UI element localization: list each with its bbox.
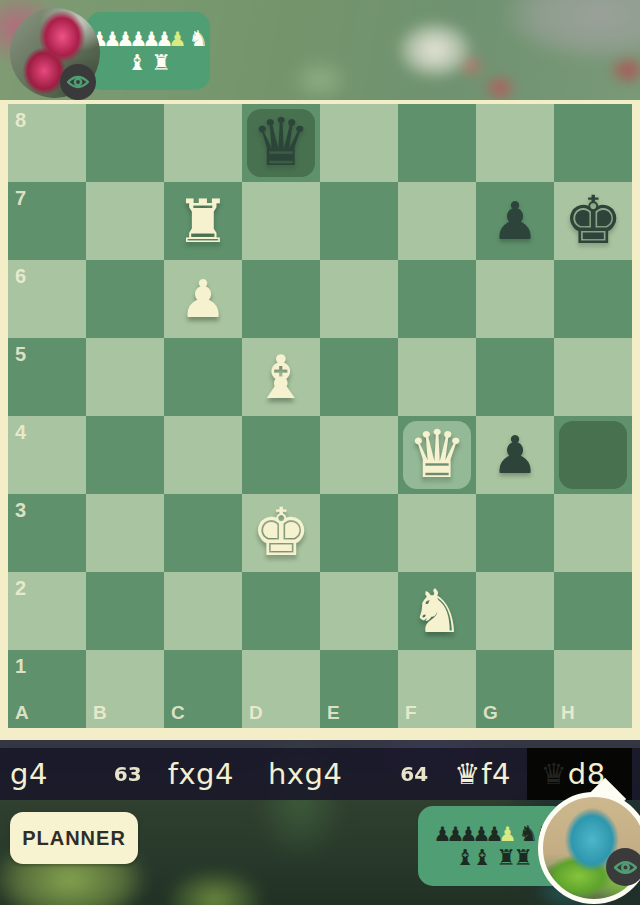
square-c4[interactable] (164, 416, 242, 494)
square-b7[interactable] (86, 182, 164, 260)
rank-label-3: 3 (15, 499, 26, 522)
square-b4[interactable] (86, 416, 164, 494)
chess-board: 8♛7♜♟♚6♟5♝4♛♟3♚2♞1ABCDEFGH (8, 104, 632, 728)
piece-black-queen-d8[interactable]: ♛ (242, 104, 320, 182)
file-label-G: G (483, 702, 498, 724)
square-c5[interactable] (164, 338, 242, 416)
planner-button[interactable]: PLANNER (10, 812, 138, 864)
piece-black-pawn-g7[interactable]: ♟ (476, 182, 554, 260)
square-d5[interactable]: ♝ (242, 338, 320, 416)
square-f7[interactable] (398, 182, 476, 260)
square-g6[interactable] (476, 260, 554, 338)
file-label-D: D (249, 702, 263, 724)
eye-icon[interactable] (60, 64, 96, 100)
square-h2[interactable] (554, 572, 632, 650)
piece-white-rook-c7[interactable]: ♜ (164, 182, 242, 260)
square-c6[interactable]: ♟ (164, 260, 242, 338)
square-d2[interactable] (242, 572, 320, 650)
last-move-highlight-h4 (559, 421, 627, 489)
move-entry-g4[interactable]: g4 (10, 748, 48, 800)
square-h5[interactable] (554, 338, 632, 416)
move-entry-f4[interactable]: ♛f4 (454, 748, 511, 800)
captured-pawn: ♟ (156, 28, 169, 50)
captured-row-2: ♝♝♜♜ (456, 847, 531, 869)
square-e1[interactable]: E (320, 650, 398, 728)
square-c1[interactable]: C (164, 650, 242, 728)
captured-row-1: ♟♟♟♟♟♟♟♞ (91, 28, 206, 50)
captured-pawn: ♟ (486, 823, 499, 845)
rank-label-6: 6 (15, 265, 26, 288)
rank-label-1: 1 (15, 655, 26, 678)
rank-label-8: 8 (15, 109, 26, 132)
white-queen-icon: ♛ (454, 757, 480, 791)
square-h1[interactable]: H (554, 650, 632, 728)
square-b1[interactable]: B (86, 650, 164, 728)
square-f6[interactable] (398, 260, 476, 338)
square-c8[interactable] (164, 104, 242, 182)
square-e4[interactable] (320, 416, 398, 494)
square-a1[interactable]: 1A (8, 650, 86, 728)
square-a2[interactable]: 2 (8, 572, 86, 650)
square-f3[interactable] (398, 494, 476, 572)
board-frame: 8♛7♜♟♚6♟5♝4♛♟3♚2♞1ABCDEFGH (0, 100, 640, 740)
square-h6[interactable] (554, 260, 632, 338)
captured-pawn: ♟ (460, 823, 473, 845)
captured-pieces-tray-top: ♟♟♟♟♟♟♟♞♝♜ (86, 12, 210, 90)
captured-pawn: ♟ (130, 28, 143, 50)
square-a7[interactable]: 7 (8, 182, 86, 260)
square-e5[interactable] (320, 338, 398, 416)
move-text: f4 (481, 757, 511, 791)
move-number: 64 (400, 762, 428, 786)
move-entry-fxg4[interactable]: fxg4 (168, 748, 234, 800)
square-a4[interactable]: 4 (8, 416, 86, 494)
move-text: hxg4 (268, 757, 342, 791)
rank-label-5: 5 (15, 343, 26, 366)
captured-pawn: ♟ (447, 823, 460, 845)
square-d7[interactable] (242, 182, 320, 260)
captured-bishop: ♝ (128, 52, 145, 74)
captured-row-2: ♝♜ (128, 52, 169, 74)
piece-white-knight-f2[interactable]: ♞ (398, 572, 476, 650)
square-e2[interactable] (320, 572, 398, 650)
square-a3[interactable]: 3 (8, 494, 86, 572)
square-b5[interactable] (86, 338, 164, 416)
square-h8[interactable] (554, 104, 632, 182)
piece-black-pawn-g4[interactable]: ♟ (476, 416, 554, 494)
square-e3[interactable] (320, 494, 398, 572)
move-text: fxg4 (168, 757, 234, 791)
captured-pawn: ♟ (434, 823, 447, 845)
piece-white-king-d3[interactable]: ♚ (242, 494, 320, 572)
square-g4[interactable]: ♟ (476, 416, 554, 494)
piece-black-king-h7[interactable]: ♚ (554, 182, 632, 260)
square-g3[interactable] (476, 494, 554, 572)
square-b6[interactable] (86, 260, 164, 338)
file-label-C: C (171, 702, 185, 724)
captured-pawn: ♟ (143, 28, 156, 50)
square-d8[interactable]: ♛ (242, 104, 320, 182)
move-number: 63 (114, 762, 142, 786)
captured-row-1: ♟♟♟♟♟♟♞♞ (434, 823, 553, 845)
captured-rook: ♜ (514, 847, 531, 869)
square-f8[interactable] (398, 104, 476, 182)
black-queen-icon: ♛ (541, 757, 567, 791)
rank-label-7: 7 (15, 187, 26, 210)
square-d1[interactable]: D (242, 650, 320, 728)
captured-pawn: ♟ (117, 28, 130, 50)
piece-white-queen-f4[interactable]: ♛ (398, 416, 476, 494)
square-a6[interactable]: 6 (8, 260, 86, 338)
captured-rook: ♜ (152, 52, 169, 74)
captured-rook: ♜ (497, 847, 514, 869)
square-f5[interactable] (398, 338, 476, 416)
square-e6[interactable] (320, 260, 398, 338)
square-d4[interactable] (242, 416, 320, 494)
captured-bishop: ♝ (473, 847, 490, 869)
square-h3[interactable] (554, 494, 632, 572)
move-entry-hxg4[interactable]: hxg4 (268, 748, 342, 800)
square-c2[interactable] (164, 572, 242, 650)
square-h7[interactable]: ♚ (554, 182, 632, 260)
eye-icon[interactable] (606, 848, 640, 886)
square-c7[interactable]: ♜ (164, 182, 242, 260)
move-text: g4 (10, 757, 48, 791)
file-label-F: F (405, 702, 417, 724)
square-e8[interactable] (320, 104, 398, 182)
square-g1[interactable]: G (476, 650, 554, 728)
captured-pawn-latest: ♟ (169, 28, 182, 50)
square-e7[interactable] (320, 182, 398, 260)
captured-pawn-latest: ♟ (499, 823, 512, 845)
rank-label-4: 4 (15, 421, 26, 444)
captured-pawn: ♟ (104, 28, 117, 50)
file-label-E: E (327, 702, 340, 724)
file-label-A: A (15, 702, 29, 724)
square-a5[interactable]: 5 (8, 338, 86, 416)
square-b2[interactable] (86, 572, 164, 650)
square-c3[interactable] (164, 494, 242, 572)
square-f1[interactable]: F (398, 650, 476, 728)
rank-label-2: 2 (15, 577, 26, 600)
square-g7[interactable]: ♟ (476, 182, 554, 260)
square-g8[interactable] (476, 104, 554, 182)
square-b8[interactable] (86, 104, 164, 182)
captured-knight: ♞ (189, 28, 206, 50)
square-d6[interactable] (242, 260, 320, 338)
square-f2[interactable]: ♞ (398, 572, 476, 650)
square-h4[interactable] (554, 416, 632, 494)
square-f4[interactable]: ♛ (398, 416, 476, 494)
piece-white-bishop-d5[interactable]: ♝ (242, 338, 320, 416)
file-label-B: B (93, 702, 107, 724)
square-b3[interactable] (86, 494, 164, 572)
square-g2[interactable] (476, 572, 554, 650)
piece-white-pawn-c6[interactable]: ♟ (164, 260, 242, 338)
captured-pawn: ♟ (473, 823, 486, 845)
square-g5[interactable] (476, 338, 554, 416)
captured-knight: ♞ (519, 823, 536, 845)
square-a8[interactable]: 8 (8, 104, 86, 182)
square-d3[interactable]: ♚ (242, 494, 320, 572)
file-label-H: H (561, 702, 575, 724)
captured-bishop: ♝ (456, 847, 473, 869)
